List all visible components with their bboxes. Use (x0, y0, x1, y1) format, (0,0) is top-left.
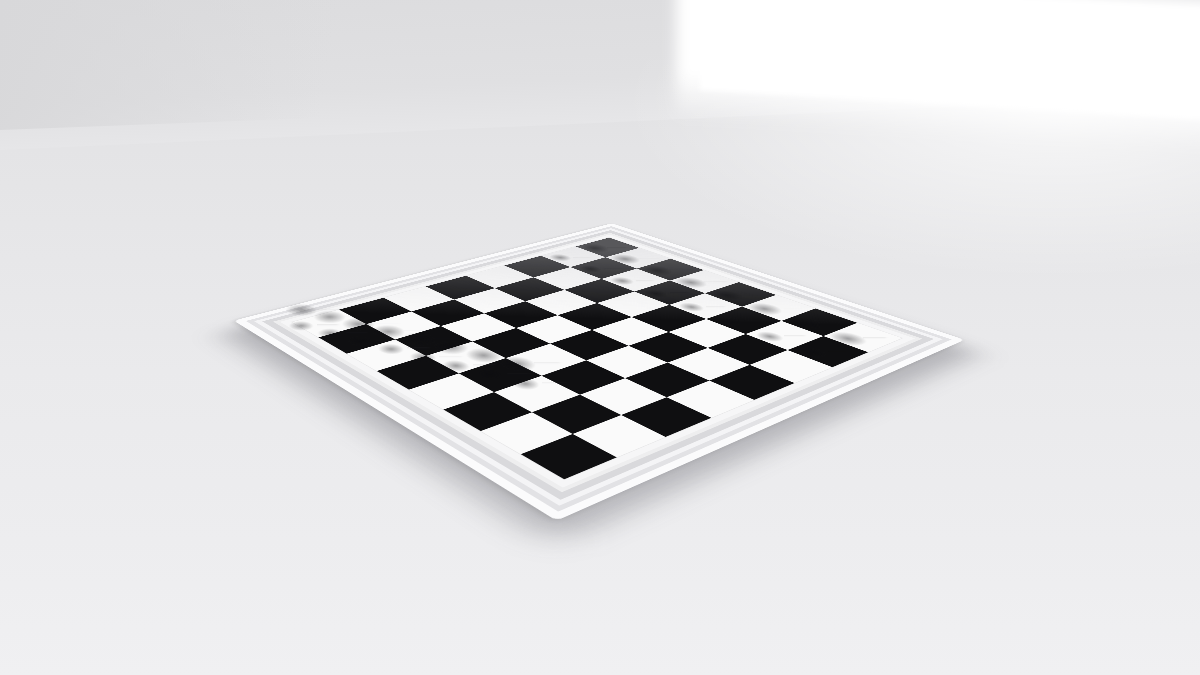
scene-3d: ♜♞♝♛♚♝♞♜♟♟♟♟♟♟♟♟♜♞♝♛♚♝♞♜♟♟♟♟♟♟♟♟ (0, 0, 1200, 675)
piece-glyph: ♟ (796, 289, 860, 360)
render-scene: ♜♞♝♛♚♝♞♜♟♟♟♟♟♟♟♟♜♞♝♛♚♝♞♜♟♟♟♟♟♟♟♟ (0, 0, 1200, 675)
chess-board: ♜♞♝♛♚♝♞♜♟♟♟♟♟♟♟♟♜♞♝♛♚♝♞♜♟♟♟♟♟♟♟♟ (234, 223, 965, 520)
piece-glyph: ♟ (509, 316, 576, 391)
